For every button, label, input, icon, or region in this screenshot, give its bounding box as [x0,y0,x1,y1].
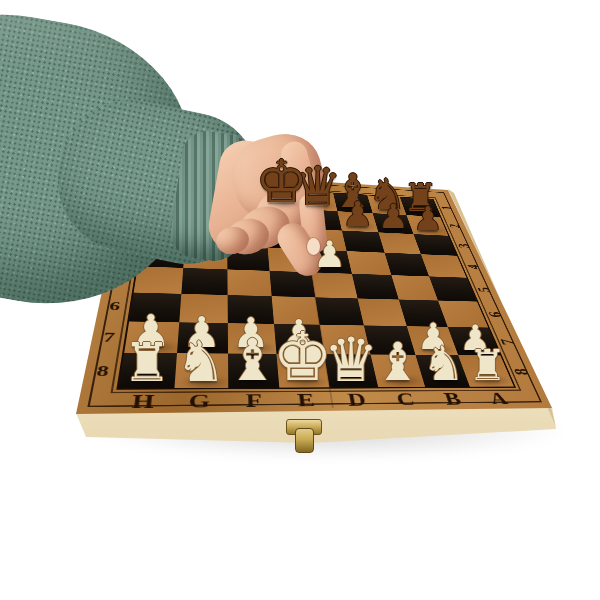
white-bishop-c8[interactable]: ♝ [375,336,422,388]
black-pawn-c2[interactable]: ♟ [342,197,373,231]
black-king-e1[interactable]: ♚ [255,153,308,212]
white-rook-a8[interactable]: ♜ [468,345,506,387]
black-pawn-a2[interactable]: ♟ [413,202,442,235]
white-knight-g8[interactable]: ♞ [175,334,225,390]
photo-scene: HGFEDCBA1122334455667788 ♜♞♝♛♚♝♞♜♟♟♟♟♟♟♟… [0,0,600,600]
white-rook-h8[interactable]: ♜ [123,336,171,389]
black-pawn-b2[interactable]: ♟ [378,200,408,234]
white-pawn-d4-held[interactable]: ♟ [313,237,346,273]
pieces-layer: ♜♞♝♛♚♝♞♜♟♟♟♟♟♟♟♟♟♟♜♞♝♛♚ [0,0,600,600]
white-knight-b8[interactable]: ♞ [422,341,465,388]
white-bishop-f8[interactable]: ♝ [227,332,279,390]
white-king-e8[interactable]: ♚ [273,324,333,391]
